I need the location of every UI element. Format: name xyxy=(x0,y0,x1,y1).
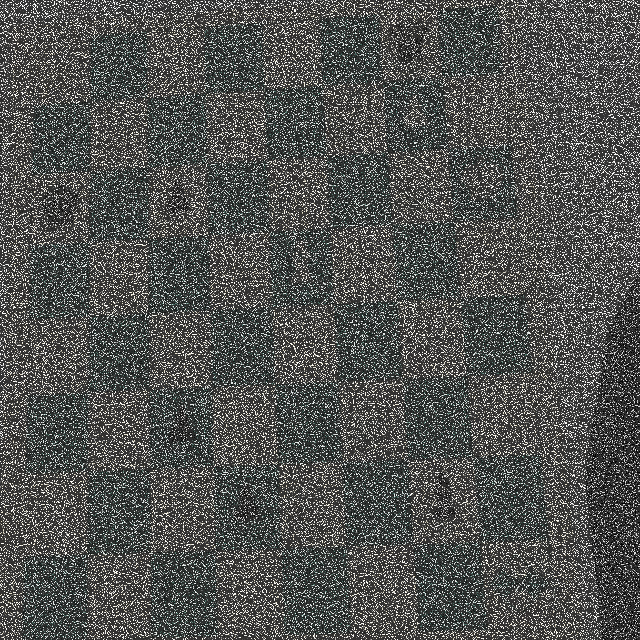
square-a3[interactable] xyxy=(320,15,382,86)
piece-black-queen-a2[interactable]: ♛ xyxy=(384,13,436,71)
square-c1[interactable]: ♚ xyxy=(449,145,517,221)
square-e7[interactable] xyxy=(89,313,150,392)
square-h3[interactable] xyxy=(347,545,418,633)
square-h6[interactable] xyxy=(152,551,217,638)
piece-white-knight-g4[interactable]: ♞ xyxy=(288,472,335,531)
square-c4[interactable] xyxy=(267,157,330,232)
square-b3[interactable]: ♛ xyxy=(324,83,387,156)
square-h8[interactable] xyxy=(23,555,87,640)
square-g6[interactable] xyxy=(151,468,215,552)
square-a7[interactable] xyxy=(91,32,147,102)
square-c8[interactable]: ♚ xyxy=(31,171,89,245)
square-e6[interactable] xyxy=(150,310,212,389)
square-f4[interactable] xyxy=(275,382,342,464)
chess-board: 87654321 87654321 abcdefgh abcdefgh US C… xyxy=(0,0,607,640)
piece-white-pawn-b2[interactable]: ♟ xyxy=(396,90,436,135)
brand-diamond-icon xyxy=(522,187,535,199)
piece-white-pawn-c2[interactable]: ♟ xyxy=(400,161,440,207)
square-b2[interactable]: ♟ xyxy=(383,78,448,151)
square-f8[interactable] xyxy=(26,393,88,474)
piece-white-pawn-f3[interactable]: ♟ xyxy=(352,392,394,442)
square-e8[interactable] xyxy=(28,317,88,395)
brand-letter: S xyxy=(530,267,542,275)
brand-letter: S xyxy=(525,214,537,222)
square-c2[interactable]: ♟ xyxy=(388,149,454,225)
square-e3[interactable] xyxy=(335,301,402,381)
square-a4[interactable] xyxy=(262,19,323,90)
square-f3[interactable]: ♟ xyxy=(339,379,407,462)
square-b4[interactable] xyxy=(265,87,327,160)
square-e5[interactable] xyxy=(211,307,274,386)
board-printed-area: 87654321 87654321 abcdefgh abcdefgh US C… xyxy=(0,0,586,640)
square-h2[interactable] xyxy=(414,543,487,632)
square-e4[interactable] xyxy=(273,304,338,384)
square-c6[interactable]: ♟ xyxy=(149,164,209,238)
brand-letter: U xyxy=(524,203,536,211)
photo-canvas: 87654321 87654321 abcdefgh abcdefgh US C… xyxy=(0,0,640,640)
square-f5[interactable] xyxy=(213,385,278,467)
square-c3[interactable] xyxy=(327,153,391,228)
square-h4[interactable] xyxy=(281,547,350,635)
square-h5[interactable] xyxy=(216,549,283,636)
square-e2[interactable] xyxy=(398,298,467,378)
square-g1[interactable] xyxy=(474,455,548,541)
square-g4[interactable]: ♞ xyxy=(278,463,346,548)
square-d7[interactable] xyxy=(89,239,148,315)
piece-white-king-c1[interactable]: ♚ xyxy=(454,147,511,211)
brand-letter: S xyxy=(531,278,543,286)
square-b1[interactable] xyxy=(444,74,511,148)
square-f2[interactable] xyxy=(403,376,473,459)
square-b8[interactable] xyxy=(33,103,90,175)
square-a8[interactable] xyxy=(34,36,90,106)
brand-text: US CHESS xyxy=(525,202,542,287)
square-g2[interactable]: ♝ xyxy=(408,458,480,544)
square-h7[interactable] xyxy=(87,553,151,639)
square-g5[interactable]: ♟ xyxy=(214,465,280,549)
square-d3[interactable] xyxy=(331,226,397,304)
square-c7[interactable] xyxy=(90,168,148,242)
brand-letter xyxy=(526,227,538,231)
piece-black-king-c8[interactable]: ♚ xyxy=(36,173,85,235)
piece-white-bishop-d4[interactable]: ♝ xyxy=(276,233,326,293)
square-f7[interactable] xyxy=(88,390,150,471)
vinyl-mat-edge: 87654321 87654321 abcdefgh abcdefgh US C… xyxy=(0,0,607,640)
square-h1[interactable]: ♞ xyxy=(481,540,556,629)
square-d4[interactable]: ♝ xyxy=(270,229,334,306)
brand-letter: H xyxy=(528,245,540,254)
square-f1[interactable] xyxy=(468,373,540,456)
square-d5[interactable] xyxy=(209,233,271,310)
square-f6[interactable]: ♟ xyxy=(150,388,213,469)
piece-white-queen-b3[interactable]: ♛ xyxy=(329,85,380,144)
square-d1[interactable] xyxy=(455,218,524,296)
piece-black-bishop-g2[interactable]: ♝ xyxy=(417,464,471,528)
square-g7[interactable] xyxy=(88,470,151,554)
square-b6[interactable] xyxy=(148,95,206,167)
square-g3[interactable] xyxy=(343,460,413,545)
square-a1[interactable] xyxy=(438,6,503,78)
square-g8[interactable] xyxy=(25,472,88,555)
square-b5[interactable] xyxy=(206,91,266,163)
brand-letter: E xyxy=(529,257,541,264)
square-d8[interactable] xyxy=(29,243,88,319)
square-d6[interactable] xyxy=(149,236,210,313)
board-grid: ♛♛♟♚♟♟♚♝♟♟♟♞♝♞ xyxy=(22,5,558,640)
logo-knight-icon: ♞ xyxy=(509,575,527,595)
us-chess-diamond-knight-logo: ♞ xyxy=(488,553,550,617)
piece-black-pawn-g5[interactable]: ♟ xyxy=(227,478,267,529)
square-c5[interactable] xyxy=(208,160,269,235)
square-e1[interactable] xyxy=(461,294,532,375)
square-a6[interactable] xyxy=(148,28,205,98)
square-a2[interactable]: ♛ xyxy=(379,10,443,81)
piece-black-pawn-f6[interactable]: ♟ xyxy=(162,400,200,449)
square-b7[interactable] xyxy=(90,99,147,171)
piece-black-pawn-c6[interactable]: ♟ xyxy=(160,175,196,220)
square-a5[interactable] xyxy=(205,23,264,93)
square-d2[interactable] xyxy=(393,222,461,300)
brand-letter: C xyxy=(527,235,539,243)
